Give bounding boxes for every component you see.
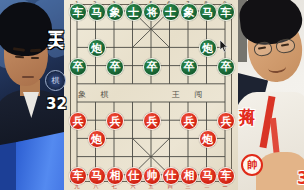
piece-black-卒[interactable]: 卒 bbox=[106, 58, 124, 76]
piece-red-仕[interactable]: 仕 bbox=[162, 167, 180, 185]
piece-black-炮[interactable]: 炮 bbox=[199, 39, 217, 57]
piece-red-相[interactable]: 相 bbox=[180, 167, 198, 185]
piece-black-卒[interactable]: 卒 bbox=[143, 58, 161, 76]
piece-red-车[interactable]: 车 bbox=[69, 167, 87, 185]
piece-black-将[interactable]: 将 bbox=[143, 3, 161, 21]
river-text-left: 象 棋 bbox=[78, 89, 115, 100]
piece-black-车[interactable]: 车 bbox=[69, 3, 87, 21]
mouse-cursor-icon bbox=[219, 40, 229, 53]
piece-black-士[interactable]: 士 bbox=[162, 3, 180, 21]
left-player-hair bbox=[0, 2, 52, 56]
left-player-mouth bbox=[22, 76, 34, 78]
piece-black-卒[interactable]: 卒 bbox=[180, 58, 198, 76]
red-commander-seal-icon: 帥 bbox=[241, 154, 263, 176]
right-player-name: 蒋川 bbox=[239, 95, 257, 99]
piece-black-卒[interactable]: 卒 bbox=[69, 58, 87, 76]
right-player-counter: 3 bbox=[297, 168, 304, 188]
piece-black-马[interactable]: 马 bbox=[199, 3, 217, 21]
piece-red-帅[interactable]: 帅 bbox=[143, 167, 161, 185]
piece-black-马[interactable]: 马 bbox=[88, 3, 106, 21]
left-player-eye bbox=[31, 57, 39, 59]
piece-red-炮[interactable]: 炮 bbox=[199, 130, 217, 148]
piece-red-炮[interactable]: 炮 bbox=[88, 130, 106, 148]
event-badge-icon: 棋 bbox=[45, 70, 66, 91]
broadcast-frame: 象 棋 王 闯 123456789九八七六五四三二一 车马象士将士象马车炮炮卒卒… bbox=[0, 0, 304, 190]
piece-red-仕[interactable]: 仕 bbox=[125, 167, 143, 185]
piece-black-象[interactable]: 象 bbox=[106, 3, 124, 21]
piece-red-相[interactable]: 相 bbox=[106, 167, 124, 185]
piece-black-炮[interactable]: 炮 bbox=[88, 39, 106, 57]
piece-red-马[interactable]: 马 bbox=[199, 167, 217, 185]
river-text-right: 王 闯 bbox=[172, 89, 209, 100]
left-player-name: 王天一 bbox=[48, 19, 66, 25]
left-player-counter: 32 bbox=[46, 95, 67, 113]
piece-red-马[interactable]: 马 bbox=[88, 167, 106, 185]
piece-black-车[interactable]: 车 bbox=[217, 3, 235, 21]
piece-black-士[interactable]: 士 bbox=[125, 3, 143, 21]
piece-black-象[interactable]: 象 bbox=[180, 3, 198, 21]
piece-red-车[interactable]: 车 bbox=[217, 167, 235, 185]
xiangqi-board[interactable]: 象 棋 王 闯 123456789九八七六五四三二一 车马象士将士象马车炮炮卒卒… bbox=[64, 0, 238, 190]
piece-black-卒[interactable]: 卒 bbox=[217, 58, 235, 76]
